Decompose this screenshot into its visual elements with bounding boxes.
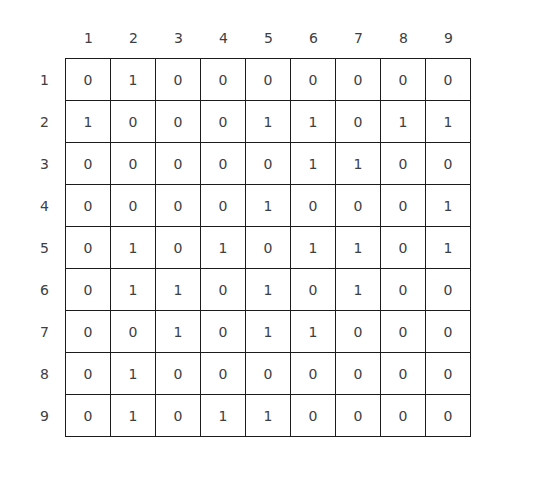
cell-r8c4: 0 (201, 353, 246, 395)
cell-r2c7: 0 (336, 101, 381, 143)
matrix-board: 0100000001000110110000011000000100010101… (65, 58, 471, 437)
cell-r1c6: 0 (291, 59, 336, 101)
cell-r7c1: 0 (66, 311, 111, 353)
cell-r4c5: 1 (246, 185, 291, 227)
cell-r1c4: 0 (201, 59, 246, 101)
cell-r2c4: 0 (201, 101, 246, 143)
cell-r2c8: 1 (381, 101, 426, 143)
cell-r9c7: 0 (336, 395, 381, 437)
cell-r3c8: 0 (381, 143, 426, 185)
cell-r6c5: 1 (246, 269, 291, 311)
cell-r4c1: 0 (66, 185, 111, 227)
cell-r1c7: 0 (336, 59, 381, 101)
row-header-labels: 123456789 (0, 59, 58, 437)
cell-r9c5: 1 (246, 395, 291, 437)
cell-r4c3: 0 (156, 185, 201, 227)
cell-r5c9: 1 (426, 227, 471, 269)
cell-r7c3: 1 (156, 311, 201, 353)
cell-r5c4: 1 (201, 227, 246, 269)
cell-r6c2: 1 (111, 269, 156, 311)
cell-r9c1: 0 (66, 395, 111, 437)
cell-r3c2: 0 (111, 143, 156, 185)
cell-r2c6: 1 (291, 101, 336, 143)
cell-r6c8: 0 (381, 269, 426, 311)
matrix-diagram: 123456789 123456789 01000000010001101100… (0, 0, 533, 492)
cell-r7c7: 0 (336, 311, 381, 353)
row-label-3: 3 (0, 143, 58, 185)
cell-r2c3: 0 (156, 101, 201, 143)
col-label-2: 2 (111, 24, 156, 52)
cell-r1c3: 0 (156, 59, 201, 101)
cell-r5c5: 0 (246, 227, 291, 269)
cell-r8c6: 0 (291, 353, 336, 395)
cell-r2c2: 0 (111, 101, 156, 143)
cell-r5c1: 0 (66, 227, 111, 269)
col-label-5: 5 (246, 24, 291, 52)
cell-r1c1: 0 (66, 59, 111, 101)
cell-r5c8: 0 (381, 227, 426, 269)
cell-r9c8: 0 (381, 395, 426, 437)
row-label-6: 6 (0, 269, 58, 311)
cell-r4c6: 0 (291, 185, 336, 227)
cell-r7c8: 0 (381, 311, 426, 353)
row-label-2: 2 (0, 101, 58, 143)
cell-r5c6: 1 (291, 227, 336, 269)
cell-r1c2: 1 (111, 59, 156, 101)
col-label-8: 8 (381, 24, 426, 52)
cell-r6c3: 1 (156, 269, 201, 311)
cell-r4c8: 0 (381, 185, 426, 227)
cell-r3c7: 1 (336, 143, 381, 185)
cell-r7c5: 1 (246, 311, 291, 353)
cell-r1c8: 0 (381, 59, 426, 101)
cell-r6c9: 0 (426, 269, 471, 311)
cell-r4c7: 0 (336, 185, 381, 227)
cell-r7c9: 0 (426, 311, 471, 353)
column-header-labels: 123456789 (66, 24, 471, 52)
cell-r4c2: 0 (111, 185, 156, 227)
cell-r8c2: 1 (111, 353, 156, 395)
col-label-1: 1 (66, 24, 111, 52)
cell-r9c4: 1 (201, 395, 246, 437)
cell-r6c4: 0 (201, 269, 246, 311)
cell-r7c6: 1 (291, 311, 336, 353)
cell-r4c4: 0 (201, 185, 246, 227)
cell-r8c5: 0 (246, 353, 291, 395)
cell-r7c4: 0 (201, 311, 246, 353)
cell-r9c2: 1 (111, 395, 156, 437)
col-label-3: 3 (156, 24, 201, 52)
cell-r9c3: 0 (156, 395, 201, 437)
cell-r5c2: 1 (111, 227, 156, 269)
row-label-9: 9 (0, 395, 58, 437)
cell-r8c8: 0 (381, 353, 426, 395)
cell-r6c1: 0 (66, 269, 111, 311)
cell-r1c9: 0 (426, 59, 471, 101)
cell-r3c1: 0 (66, 143, 111, 185)
row-label-5: 5 (0, 227, 58, 269)
row-label-1: 1 (0, 59, 58, 101)
cell-r9c9: 0 (426, 395, 471, 437)
cell-r5c3: 0 (156, 227, 201, 269)
cell-r3c3: 0 (156, 143, 201, 185)
col-label-6: 6 (291, 24, 336, 52)
cell-r3c6: 1 (291, 143, 336, 185)
cell-r4c9: 1 (426, 185, 471, 227)
cell-r5c7: 1 (336, 227, 381, 269)
cell-r2c5: 1 (246, 101, 291, 143)
cell-r3c5: 0 (246, 143, 291, 185)
cell-r3c4: 0 (201, 143, 246, 185)
cell-r6c7: 1 (336, 269, 381, 311)
row-label-8: 8 (0, 353, 58, 395)
cell-r1c5: 0 (246, 59, 291, 101)
row-label-7: 7 (0, 311, 58, 353)
cell-r8c9: 0 (426, 353, 471, 395)
cell-r6c6: 0 (291, 269, 336, 311)
cell-r9c6: 0 (291, 395, 336, 437)
cell-r8c7: 0 (336, 353, 381, 395)
cell-r7c2: 0 (111, 311, 156, 353)
cell-r2c9: 1 (426, 101, 471, 143)
cell-r8c1: 0 (66, 353, 111, 395)
col-label-9: 9 (426, 24, 471, 52)
col-label-4: 4 (201, 24, 246, 52)
col-label-7: 7 (336, 24, 381, 52)
cell-r8c3: 0 (156, 353, 201, 395)
cell-r3c9: 0 (426, 143, 471, 185)
cell-r2c1: 1 (66, 101, 111, 143)
row-label-4: 4 (0, 185, 58, 227)
